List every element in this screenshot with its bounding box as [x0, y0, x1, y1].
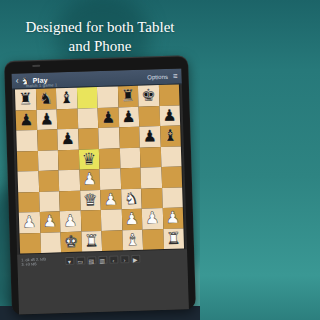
- tablet-screen: ‹ ♞ Play match 1 game 1 Options ≡ ♜♞♝♜♚♟…: [11, 68, 188, 314]
- appbar-spacer: [48, 77, 147, 80]
- toolbar-back-icon[interactable]: ‹: [109, 255, 118, 263]
- square-h5[interactable]: [160, 146, 181, 167]
- square-a5[interactable]: [17, 150, 38, 171]
- black-pawn-piece: ♟: [162, 105, 177, 125]
- square-h6[interactable]: ♝: [160, 125, 181, 146]
- black-queen-piece: ♛: [81, 149, 96, 169]
- white-pawn-piece: ♟: [103, 189, 118, 209]
- toolbar-open-icon[interactable]: ▤: [87, 256, 96, 264]
- white-pawn-piece: ♟: [124, 209, 139, 229]
- square-f2[interactable]: ♟: [121, 209, 142, 230]
- square-g2[interactable]: ♟: [142, 208, 163, 229]
- square-g7[interactable]: [139, 106, 160, 127]
- toolbar-forward-icon[interactable]: ›: [120, 255, 129, 263]
- headline-line2: and Phone: [0, 37, 200, 56]
- square-g8[interactable]: ♚: [138, 85, 159, 106]
- square-h2[interactable]: ♟: [162, 207, 183, 228]
- square-e8[interactable]: [97, 86, 118, 107]
- square-e5[interactable]: [99, 148, 120, 169]
- square-c8[interactable]: ♝: [56, 88, 77, 109]
- square-b3[interactable]: [39, 191, 60, 212]
- square-e7[interactable]: ♟: [98, 107, 119, 128]
- tablet-camera-slit: [32, 65, 40, 67]
- match-status-text: match 1 game 1: [26, 82, 58, 88]
- white-king-piece: ♚: [64, 231, 79, 251]
- white-pawn-piece: ♟: [63, 211, 78, 231]
- chess-board: ♜♞♝♜♚♟♟♟♟♟♟♟♝♛♟♛♟♞♟♟♟♟♟♟♚♜♝♜: [15, 84, 184, 253]
- square-b2[interactable]: ♟: [39, 211, 60, 232]
- black-pawn-piece: ♟: [39, 109, 54, 129]
- options-button[interactable]: Options: [147, 73, 168, 80]
- square-e1[interactable]: [101, 230, 122, 251]
- square-d1[interactable]: ♜: [81, 230, 102, 251]
- square-e2[interactable]: [101, 209, 122, 230]
- square-b8[interactable]: ♞: [35, 88, 56, 109]
- square-c2[interactable]: ♟: [60, 211, 81, 232]
- square-a4[interactable]: [18, 171, 39, 192]
- square-b4[interactable]: [38, 170, 59, 191]
- square-f3[interactable]: ♞: [121, 188, 142, 209]
- square-g4[interactable]: [140, 167, 161, 188]
- square-d4[interactable]: ♟: [79, 169, 100, 190]
- white-pawn-piece: ♟: [82, 169, 97, 189]
- square-a2[interactable]: ♟: [19, 212, 40, 233]
- black-king-piece: ♚: [141, 85, 156, 105]
- black-pawn-piece: ♟: [121, 107, 136, 127]
- square-c7[interactable]: [57, 108, 78, 129]
- bottom-panel: 1. d4 d5 2. Nf3 3. e3 Nf6 ▾▭▤▥‹›▶: [17, 249, 189, 314]
- toolbar-collapse-icon[interactable]: ▾: [65, 257, 74, 265]
- square-c6[interactable]: ♟: [57, 129, 78, 150]
- toolbar-play-icon[interactable]: ▶: [131, 255, 140, 263]
- black-knight-piece: ♞: [39, 89, 54, 109]
- square-b1[interactable]: [40, 232, 61, 253]
- square-h4[interactable]: [161, 166, 182, 187]
- toolbar-new-icon[interactable]: ▭: [76, 257, 85, 265]
- white-pawn-piece: ♟: [145, 208, 160, 228]
- square-c5[interactable]: [58, 149, 79, 170]
- square-d8[interactable]: [76, 87, 97, 108]
- white-rook-piece: ♜: [84, 231, 99, 251]
- square-h7[interactable]: ♟: [159, 105, 180, 126]
- square-a7[interactable]: ♟: [16, 109, 37, 130]
- square-h1[interactable]: ♜: [163, 228, 184, 249]
- black-bishop-piece: ♝: [163, 126, 178, 146]
- square-h3[interactable]: [162, 187, 183, 208]
- square-b7[interactable]: ♟: [36, 109, 57, 130]
- white-queen-piece: ♛: [83, 190, 98, 210]
- square-c4[interactable]: [59, 170, 80, 191]
- toolbar-save-icon[interactable]: ▥: [98, 256, 107, 264]
- black-pawn-piece: ♟: [142, 126, 157, 146]
- square-c3[interactable]: [59, 190, 80, 211]
- square-a8[interactable]: ♜: [15, 89, 36, 110]
- white-pawn-piece: ♟: [165, 208, 180, 228]
- headline-line1: Designed for both Tablet: [0, 18, 200, 37]
- square-b5[interactable]: [37, 150, 58, 171]
- square-b6[interactable]: [37, 129, 58, 150]
- white-bishop-piece: ♝: [125, 230, 140, 250]
- square-e6[interactable]: [98, 127, 119, 148]
- white-pawn-piece: ♟: [42, 212, 57, 232]
- black-pawn-piece: ♟: [19, 110, 34, 130]
- square-f5[interactable]: [119, 147, 140, 168]
- square-g6[interactable]: ♟: [139, 126, 160, 147]
- black-rook-piece: ♜: [120, 86, 135, 106]
- square-e3[interactable]: ♟: [100, 189, 121, 210]
- back-icon[interactable]: ‹: [16, 77, 19, 86]
- square-f7[interactable]: ♟: [118, 106, 139, 127]
- white-knight-piece: ♞: [124, 189, 139, 209]
- white-rook-piece: ♜: [166, 228, 181, 248]
- square-d7[interactable]: [77, 108, 98, 129]
- square-f8[interactable]: ♜: [117, 86, 138, 107]
- black-rook-piece: ♜: [18, 89, 33, 109]
- square-d3[interactable]: ♛: [80, 189, 101, 210]
- square-a3[interactable]: [18, 191, 39, 212]
- headline: Designed for both Tablet and Phone: [0, 18, 200, 56]
- moves-menu-icon[interactable]: ≡: [173, 72, 178, 80]
- square-d5[interactable]: ♛: [78, 149, 99, 170]
- black-pawn-piece: ♟: [101, 107, 116, 127]
- square-a1[interactable]: [19, 232, 40, 253]
- black-pawn-piece: ♟: [60, 129, 75, 149]
- square-g5[interactable]: [140, 147, 161, 168]
- square-d2[interactable]: [80, 210, 101, 231]
- square-h8[interactable]: [158, 84, 179, 105]
- white-pawn-piece: ♟: [22, 212, 37, 232]
- square-f6[interactable]: [119, 127, 140, 148]
- square-d6[interactable]: [78, 128, 99, 149]
- square-g3[interactable]: [141, 188, 162, 209]
- square-a6[interactable]: [16, 130, 37, 151]
- tablet-mockup: ‹ ♞ Play match 1 game 1 Options ≡ ♜♞♝♜♚♟…: [4, 55, 196, 315]
- square-f4[interactable]: [120, 168, 141, 189]
- game-toolbar: ▾▭▤▥‹›▶: [17, 253, 187, 266]
- square-e4[interactable]: [99, 168, 120, 189]
- black-bishop-piece: ♝: [59, 88, 74, 108]
- square-f1[interactable]: ♝: [122, 229, 143, 250]
- square-g1[interactable]: [142, 229, 163, 250]
- square-c1[interactable]: ♚: [60, 231, 81, 252]
